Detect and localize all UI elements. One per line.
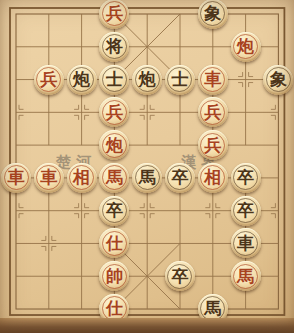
piece-glyph: 卒 <box>237 202 254 219</box>
piece-red-soldier[interactable]: 兵 <box>198 130 228 160</box>
piece-glyph: 卒 <box>171 267 188 284</box>
piece-black-elephant[interactable]: 象 <box>263 65 293 95</box>
piece-red-elephant[interactable]: 相 <box>198 163 228 193</box>
piece-black-soldier[interactable]: 卒 <box>165 261 195 291</box>
piece-black-cannon[interactable]: 炮 <box>132 65 162 95</box>
piece-glyph: 兵 <box>106 103 123 120</box>
piece-glyph: 炮 <box>73 71 90 88</box>
piece-glyph: 兵 <box>40 71 57 88</box>
piece-red-cannon[interactable]: 炮 <box>231 32 261 62</box>
piece-black-soldier[interactable]: 卒 <box>165 163 195 193</box>
piece-glyph: 兵 <box>106 5 123 22</box>
piece-black-soldier[interactable]: 卒 <box>231 163 261 193</box>
piece-glyph: 馬 <box>106 169 123 186</box>
piece-glyph: 象 <box>204 5 221 22</box>
piece-glyph: 卒 <box>237 169 254 186</box>
piece-glyph: 車 <box>40 169 57 186</box>
piece-glyph: 馬 <box>139 169 156 186</box>
piece-glyph: 兵 <box>204 136 221 153</box>
piece-black-soldier[interactable]: 卒 <box>99 196 129 226</box>
piece-black-horse[interactable]: 馬 <box>132 163 162 193</box>
piece-glyph: 将 <box>106 38 123 55</box>
piece-glyph: 相 <box>204 169 221 186</box>
piece-red-horse[interactable]: 馬 <box>231 261 261 291</box>
piece-red-soldier[interactable]: 兵 <box>34 65 64 95</box>
piece-glyph: 仕 <box>106 300 123 317</box>
piece-red-elephant[interactable]: 相 <box>67 163 97 193</box>
piece-glyph: 兵 <box>204 103 221 120</box>
piece-black-general[interactable]: 将 <box>99 32 129 62</box>
piece-black-chariot[interactable]: 車 <box>231 228 261 258</box>
piece-glyph: 車 <box>237 234 254 251</box>
piece-glyph: 帥 <box>106 267 123 284</box>
piece-black-elephant[interactable]: 象 <box>198 0 228 29</box>
piece-black-advisor[interactable]: 士 <box>165 65 195 95</box>
piece-black-advisor[interactable]: 士 <box>99 65 129 95</box>
piece-glyph: 炮 <box>139 71 156 88</box>
piece-red-horse[interactable]: 馬 <box>99 163 129 193</box>
piece-glyph: 仕 <box>106 234 123 251</box>
piece-red-chariot[interactable]: 車 <box>1 163 31 193</box>
piece-glyph: 象 <box>270 71 287 88</box>
piece-glyph: 炮 <box>237 38 254 55</box>
piece-red-chariot[interactable]: 車 <box>198 65 228 95</box>
piece-glyph: 士 <box>171 71 188 88</box>
piece-red-soldier[interactable]: 兵 <box>198 97 228 127</box>
piece-red-chariot[interactable]: 車 <box>34 163 64 193</box>
piece-glyph: 卒 <box>106 202 123 219</box>
board-bottom-edge <box>0 318 294 333</box>
piece-glyph: 車 <box>204 71 221 88</box>
xiangqi-board: 楚河 漢界 兵象将炮兵炮士炮士車象兵兵炮兵車車相馬馬卒相卒卒卒仕車帥卒馬仕馬 <box>0 0 294 333</box>
piece-glyph: 馬 <box>237 267 254 284</box>
piece-glyph: 士 <box>106 71 123 88</box>
piece-black-soldier[interactable]: 卒 <box>231 196 261 226</box>
piece-glyph: 馬 <box>204 300 221 317</box>
piece-glyph: 卒 <box>171 169 188 186</box>
piece-glyph: 炮 <box>106 136 123 153</box>
piece-glyph: 相 <box>73 169 90 186</box>
piece-black-cannon[interactable]: 炮 <box>67 65 97 95</box>
piece-glyph: 車 <box>8 169 25 186</box>
